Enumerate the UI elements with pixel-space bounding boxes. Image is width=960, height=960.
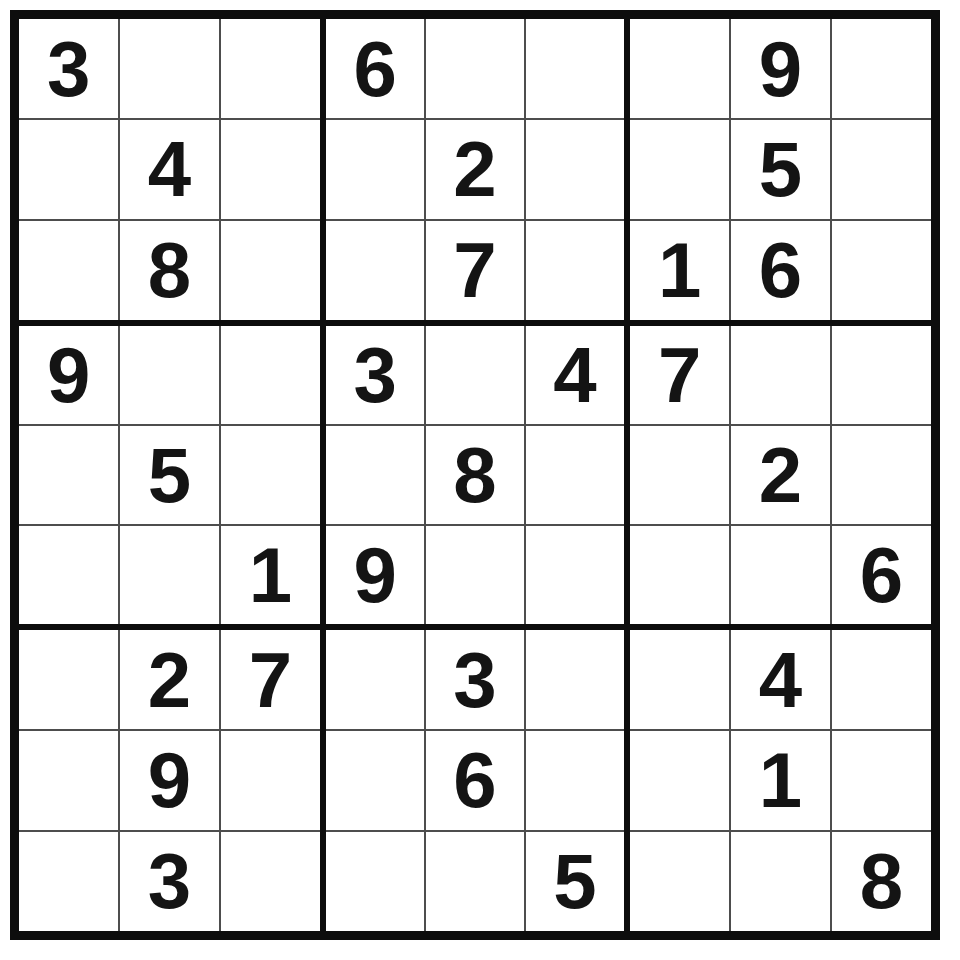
cell-r5c7[interactable] <box>630 425 730 524</box>
cell-r3c4[interactable] <box>326 220 425 320</box>
cell-r8c7[interactable] <box>630 730 730 830</box>
cell-r4c1[interactable]: 9 <box>19 326 119 425</box>
cell-r7c9[interactable] <box>831 630 931 730</box>
cell-r7c5[interactable]: 3 <box>425 630 524 730</box>
cell-r4c5[interactable] <box>425 326 524 425</box>
cell-r4c6[interactable]: 4 <box>525 326 624 425</box>
cell-r1c7[interactable] <box>630 19 730 119</box>
cell-r8c8[interactable]: 1 <box>730 730 830 830</box>
cell-r4c2[interactable] <box>119 326 219 425</box>
cell-r6c5[interactable] <box>425 525 524 624</box>
cell-r4c7[interactable]: 7 <box>630 326 730 425</box>
cell-r3c2[interactable]: 8 <box>119 220 219 320</box>
cell-r2c5[interactable]: 2 <box>425 119 524 219</box>
cell-r9c6[interactable]: 5 <box>525 831 624 931</box>
cell-r9c3[interactable] <box>220 831 320 931</box>
cell-r9c5[interactable] <box>425 831 524 931</box>
cell-r3c1[interactable] <box>19 220 119 320</box>
cell-r8c4[interactable] <box>326 730 425 830</box>
cell-r3c7[interactable]: 1 <box>630 220 730 320</box>
cell-r8c3[interactable] <box>220 730 320 830</box>
cell-r2c6[interactable] <box>525 119 624 219</box>
cell-r4c8[interactable] <box>730 326 830 425</box>
cell-r4c9[interactable] <box>831 326 931 425</box>
sudoku-box-2: 627 <box>323 19 627 323</box>
cell-r7c1[interactable] <box>19 630 119 730</box>
cell-r8c6[interactable] <box>525 730 624 830</box>
cell-r7c3[interactable]: 7 <box>220 630 320 730</box>
cell-r9c8[interactable] <box>730 831 830 931</box>
sudoku-box-7: 2793 <box>19 627 323 931</box>
cell-r2c1[interactable] <box>19 119 119 219</box>
cell-r1c9[interactable] <box>831 19 931 119</box>
cell-r8c9[interactable] <box>831 730 931 830</box>
cell-r2c7[interactable] <box>630 119 730 219</box>
sudoku-box-5: 3489 <box>323 323 627 627</box>
cell-r5c6[interactable] <box>525 425 624 524</box>
cell-r5c1[interactable] <box>19 425 119 524</box>
cell-r3c8[interactable]: 6 <box>730 220 830 320</box>
cell-r3c3[interactable] <box>220 220 320 320</box>
sudoku-box-8: 365 <box>323 627 627 931</box>
cell-r1c8[interactable]: 9 <box>730 19 830 119</box>
cell-r6c1[interactable] <box>19 525 119 624</box>
cell-r2c9[interactable] <box>831 119 931 219</box>
cell-r2c3[interactable] <box>220 119 320 219</box>
cell-r1c3[interactable] <box>220 19 320 119</box>
cell-r9c9[interactable]: 8 <box>831 831 931 931</box>
cell-r6c2[interactable] <box>119 525 219 624</box>
cell-r8c1[interactable] <box>19 730 119 830</box>
cell-r5c2[interactable]: 5 <box>119 425 219 524</box>
cell-r9c7[interactable] <box>630 831 730 931</box>
cell-r7c4[interactable] <box>326 630 425 730</box>
cell-r9c1[interactable] <box>19 831 119 931</box>
cell-r5c3[interactable] <box>220 425 320 524</box>
cell-r5c8[interactable]: 2 <box>730 425 830 524</box>
cell-r4c3[interactable] <box>220 326 320 425</box>
cell-r6c3[interactable]: 1 <box>220 525 320 624</box>
cell-r5c5[interactable]: 8 <box>425 425 524 524</box>
cell-r2c2[interactable]: 4 <box>119 119 219 219</box>
cell-r3c5[interactable]: 7 <box>425 220 524 320</box>
sudoku-box-1: 348 <box>19 19 323 323</box>
cell-r7c2[interactable]: 2 <box>119 630 219 730</box>
cell-r1c4[interactable]: 6 <box>326 19 425 119</box>
cell-r9c4[interactable] <box>326 831 425 931</box>
cell-r7c7[interactable] <box>630 630 730 730</box>
page: 348627951695134897262793365418 <box>0 0 960 960</box>
cell-r3c6[interactable] <box>525 220 624 320</box>
cell-r1c6[interactable] <box>525 19 624 119</box>
cell-r3c9[interactable] <box>831 220 931 320</box>
cell-r1c1[interactable]: 3 <box>19 19 119 119</box>
sudoku-box-9: 418 <box>627 627 931 931</box>
cell-r8c2[interactable]: 9 <box>119 730 219 830</box>
cell-r6c8[interactable] <box>730 525 830 624</box>
sudoku-box-4: 951 <box>19 323 323 627</box>
cell-r9c2[interactable]: 3 <box>119 831 219 931</box>
cell-r6c4[interactable]: 9 <box>326 525 425 624</box>
cell-r7c6[interactable] <box>525 630 624 730</box>
cell-r5c4[interactable] <box>326 425 425 524</box>
cell-r4c4[interactable]: 3 <box>326 326 425 425</box>
cell-r7c8[interactable]: 4 <box>730 630 830 730</box>
cell-r2c8[interactable]: 5 <box>730 119 830 219</box>
cell-r5c9[interactable] <box>831 425 931 524</box>
cell-r6c7[interactable] <box>630 525 730 624</box>
sudoku-box-6: 726 <box>627 323 931 627</box>
cell-r2c4[interactable] <box>326 119 425 219</box>
sudoku-board: 348627951695134897262793365418 <box>10 10 940 940</box>
cell-r6c9[interactable]: 6 <box>831 525 931 624</box>
sudoku-box-3: 9516 <box>627 19 931 323</box>
cell-r1c2[interactable] <box>119 19 219 119</box>
cell-r6c6[interactable] <box>525 525 624 624</box>
cell-r1c5[interactable] <box>425 19 524 119</box>
cell-r8c5[interactable]: 6 <box>425 730 524 830</box>
